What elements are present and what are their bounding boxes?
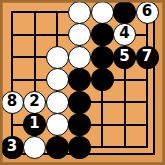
- stone-black-move-7: 7: [136, 46, 159, 69]
- stone-black-move-5: 5: [113, 46, 136, 69]
- stone-white-move-2: 2: [23, 91, 46, 114]
- stone-white: [46, 46, 69, 69]
- stone-black: [68, 91, 91, 114]
- stone-white-move-6: 6: [136, 1, 159, 24]
- stone-black: [46, 136, 69, 159]
- stone-white: [68, 46, 91, 69]
- stone-black-move-1: 1: [23, 113, 46, 136]
- stone-white-move-4: 4: [113, 23, 136, 46]
- stone-white-move-8: 8: [1, 91, 24, 114]
- stone-white: [68, 1, 91, 24]
- stone-black: [91, 46, 114, 69]
- stone-white: [68, 23, 91, 46]
- stone-white: [23, 136, 46, 159]
- stone-black: [113, 1, 136, 24]
- stone-black: [91, 68, 114, 91]
- stone-black: [68, 113, 91, 136]
- stone-white: [46, 113, 69, 136]
- go-board[interactable]: 64578213: [0, 0, 165, 165]
- stone-black: [91, 23, 114, 46]
- stone-white: [91, 1, 114, 24]
- stone-black: [68, 68, 91, 91]
- grid-line-vertical-7: [146, 11, 148, 148]
- stone-white: [46, 91, 69, 114]
- stone-black: [68, 136, 91, 159]
- stone-black-move-3: 3: [1, 136, 24, 159]
- board-bevel-right: [153, 3, 155, 155]
- stone-white: [46, 68, 69, 91]
- frame-strip-right: [155, 0, 165, 165]
